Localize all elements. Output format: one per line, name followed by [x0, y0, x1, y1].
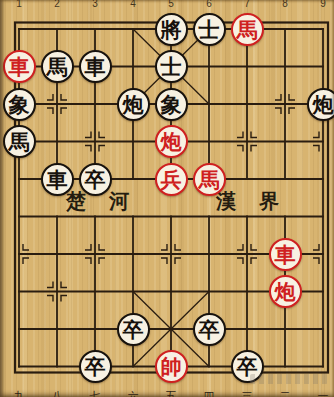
red-general-piece[interactable]: 帥: [155, 350, 188, 383]
red-horse-piece[interactable]: 馬: [193, 163, 226, 196]
black-chariot-piece[interactable]: 車: [79, 50, 112, 83]
black-advisor-piece[interactable]: 士: [193, 13, 226, 46]
watermark: [250, 374, 328, 384]
file-label-top-8: 8: [282, 0, 288, 9]
black-advisor-piece[interactable]: 士: [155, 50, 188, 83]
file-label-top-5: 5: [168, 0, 174, 9]
black-elephant-piece[interactable]: 象: [3, 88, 36, 121]
black-general-piece[interactable]: 將: [155, 13, 188, 46]
black-elephant-piece[interactable]: 象: [155, 88, 188, 121]
file-label-bottom-8: 二: [280, 389, 291, 397]
file-label-bottom-4: 六: [128, 389, 139, 397]
file-label-bottom-9: 一: [318, 389, 329, 397]
black-horse-piece[interactable]: 馬: [41, 50, 74, 83]
file-label-bottom-7: 三: [242, 389, 253, 397]
file-label-top-9: 9: [320, 0, 326, 9]
black-horse-piece[interactable]: 馬: [3, 125, 36, 158]
black-soldier-piece[interactable]: 卒: [79, 350, 112, 383]
file-label-top-2: 2: [54, 0, 60, 9]
file-label-top-6: 6: [206, 0, 212, 9]
black-soldier-piece[interactable]: 卒: [117, 313, 150, 346]
black-soldier-piece[interactable]: 卒: [193, 313, 226, 346]
black-soldier-piece[interactable]: 卒: [79, 163, 112, 196]
file-label-bottom-1: 九: [14, 389, 25, 397]
red-chariot-piece[interactable]: 車: [3, 50, 36, 83]
file-label-top-7: 7: [244, 0, 250, 9]
black-cannon-piece[interactable]: 炮: [307, 88, 334, 121]
black-cannon-piece[interactable]: 炮: [117, 88, 150, 121]
red-soldier-piece[interactable]: 兵: [155, 163, 188, 196]
red-cannon-piece[interactable]: 炮: [269, 275, 302, 308]
xiangqi-board[interactable]: 123456789 九八七六五四三二一 楚 河 漢 界 將士馬車馬車士象炮象炮馬…: [0, 0, 334, 397]
red-horse-piece[interactable]: 馬: [231, 13, 264, 46]
file-label-bottom-2: 八: [52, 389, 63, 397]
red-cannon-piece[interactable]: 炮: [155, 125, 188, 158]
file-label-bottom-5: 五: [166, 389, 177, 397]
river-label-right: 漢 界: [216, 188, 280, 215]
black-chariot-piece[interactable]: 車: [41, 163, 74, 196]
file-label-top-4: 4: [130, 0, 136, 9]
file-label-bottom-6: 四: [204, 389, 215, 397]
file-label-top-1: 1: [16, 0, 22, 9]
file-label-bottom-3: 七: [90, 389, 101, 397]
file-label-top-3: 3: [92, 0, 98, 9]
red-chariot-piece[interactable]: 車: [269, 238, 302, 271]
